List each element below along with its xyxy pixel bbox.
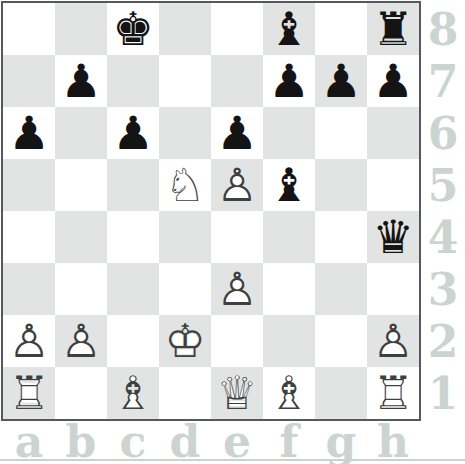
square-c5[interactable] bbox=[107, 159, 159, 211]
rank-label-2: 2 bbox=[423, 315, 463, 367]
square-e1[interactable]: ♛♕ bbox=[211, 367, 263, 419]
square-d2[interactable]: ♚♔ bbox=[159, 315, 211, 367]
black-pawn-icon: ♟ bbox=[55, 55, 107, 107]
square-b7[interactable]: ♟ bbox=[55, 55, 107, 107]
square-f4[interactable] bbox=[263, 211, 315, 263]
square-b6[interactable] bbox=[55, 107, 107, 159]
white-pawn-icon: ♟♙ bbox=[211, 263, 263, 315]
square-f7[interactable]: ♟ bbox=[263, 55, 315, 107]
rank-label-3: 3 bbox=[423, 263, 463, 315]
square-c1[interactable]: ♝♗ bbox=[107, 367, 159, 419]
black-pawn-icon: ♟ bbox=[107, 107, 159, 159]
black-pawn-icon: ♟ bbox=[367, 55, 419, 107]
square-b2[interactable]: ♟♙ bbox=[55, 315, 107, 367]
rank-label-8: 8 bbox=[423, 3, 463, 55]
black-king-icon: ♚ bbox=[107, 3, 159, 55]
file-label-g: g bbox=[315, 421, 367, 461]
black-queen-icon: ♛ bbox=[367, 211, 419, 263]
square-g5[interactable] bbox=[315, 159, 367, 211]
white-rook-icon: ♜♖ bbox=[367, 367, 419, 419]
square-h5[interactable] bbox=[367, 159, 419, 211]
rank-label-1: 1 bbox=[423, 367, 463, 419]
square-e3[interactable]: ♟♙ bbox=[211, 263, 263, 315]
square-c7[interactable] bbox=[107, 55, 159, 107]
square-b3[interactable] bbox=[55, 263, 107, 315]
square-b5[interactable] bbox=[55, 159, 107, 211]
square-c8[interactable]: ♚ bbox=[107, 3, 159, 55]
square-a6[interactable]: ♟ bbox=[3, 107, 55, 159]
white-knight-icon: ♞♘ bbox=[159, 159, 211, 211]
white-bishop-icon: ♝♗ bbox=[263, 367, 315, 419]
chess-board: ♚♝♜♟♟♟♟♟♟♟♞♘♟♙♝♛♟♙♟♙♟♙♚♔♟♙♜♖♝♗♛♕♝♗♜♖ bbox=[1, 1, 421, 421]
square-e4[interactable] bbox=[211, 211, 263, 263]
square-h7[interactable]: ♟ bbox=[367, 55, 419, 107]
rank-label-7: 7 bbox=[423, 55, 463, 107]
file-label-f: f bbox=[263, 421, 315, 461]
square-e2[interactable] bbox=[211, 315, 263, 367]
square-a8[interactable] bbox=[3, 3, 55, 55]
square-g4[interactable] bbox=[315, 211, 367, 263]
square-e5[interactable]: ♟♙ bbox=[211, 159, 263, 211]
black-rook-icon: ♜ bbox=[367, 3, 419, 55]
file-label-e: e bbox=[211, 421, 263, 461]
square-h1[interactable]: ♜♖ bbox=[367, 367, 419, 419]
square-d1[interactable] bbox=[159, 367, 211, 419]
square-f2[interactable] bbox=[263, 315, 315, 367]
file-label-h: h bbox=[367, 421, 419, 461]
black-pawn-icon: ♟ bbox=[263, 55, 315, 107]
black-pawn-icon: ♟ bbox=[3, 107, 55, 159]
white-pawn-icon: ♟♙ bbox=[3, 315, 55, 367]
square-a4[interactable] bbox=[3, 211, 55, 263]
square-b4[interactable] bbox=[55, 211, 107, 263]
square-c4[interactable] bbox=[107, 211, 159, 263]
square-g2[interactable] bbox=[315, 315, 367, 367]
square-a5[interactable] bbox=[3, 159, 55, 211]
square-d5[interactable]: ♞♘ bbox=[159, 159, 211, 211]
square-d4[interactable] bbox=[159, 211, 211, 263]
black-pawn-icon: ♟ bbox=[315, 55, 367, 107]
square-a2[interactable]: ♟♙ bbox=[3, 315, 55, 367]
square-h8[interactable]: ♜ bbox=[367, 3, 419, 55]
square-e6[interactable]: ♟ bbox=[211, 107, 263, 159]
square-f1[interactable]: ♝♗ bbox=[263, 367, 315, 419]
square-g3[interactable] bbox=[315, 263, 367, 315]
white-queen-icon: ♛♕ bbox=[211, 367, 263, 419]
square-d7[interactable] bbox=[159, 55, 211, 107]
file-label-d: d bbox=[159, 421, 211, 461]
white-king-icon: ♚♔ bbox=[159, 315, 211, 367]
square-g8[interactable] bbox=[315, 3, 367, 55]
file-labels: abcdefgh bbox=[3, 421, 419, 461]
file-label-c: c bbox=[107, 421, 159, 461]
rank-label-4: 4 bbox=[423, 211, 463, 263]
square-g6[interactable] bbox=[315, 107, 367, 159]
white-rook-icon: ♜♖ bbox=[3, 367, 55, 419]
square-h2[interactable]: ♟♙ bbox=[367, 315, 419, 367]
square-g7[interactable]: ♟ bbox=[315, 55, 367, 107]
rank-label-5: 5 bbox=[423, 159, 463, 211]
square-b8[interactable] bbox=[55, 3, 107, 55]
bottom-divider bbox=[0, 459, 465, 461]
white-pawn-icon: ♟♙ bbox=[367, 315, 419, 367]
white-pawn-icon: ♟♙ bbox=[55, 315, 107, 367]
square-f5[interactable]: ♝ bbox=[263, 159, 315, 211]
square-d6[interactable] bbox=[159, 107, 211, 159]
square-c2[interactable] bbox=[107, 315, 159, 367]
square-f3[interactable] bbox=[263, 263, 315, 315]
square-c6[interactable]: ♟ bbox=[107, 107, 159, 159]
white-pawn-icon: ♟♙ bbox=[211, 159, 263, 211]
square-d3[interactable] bbox=[159, 263, 211, 315]
file-label-b: b bbox=[55, 421, 107, 461]
square-a7[interactable] bbox=[3, 55, 55, 107]
square-g1[interactable] bbox=[315, 367, 367, 419]
square-d8[interactable] bbox=[159, 3, 211, 55]
rank-labels: 87654321 bbox=[423, 3, 463, 419]
square-b1[interactable] bbox=[55, 367, 107, 419]
file-label-a: a bbox=[3, 421, 55, 461]
square-h3[interactable] bbox=[367, 263, 419, 315]
square-h4[interactable]: ♛ bbox=[367, 211, 419, 263]
black-bishop-icon: ♝ bbox=[263, 159, 315, 211]
square-h6[interactable] bbox=[367, 107, 419, 159]
square-c3[interactable] bbox=[107, 263, 159, 315]
square-a1[interactable]: ♜♖ bbox=[3, 367, 55, 419]
black-bishop-icon: ♝ bbox=[263, 3, 315, 55]
square-e8[interactable] bbox=[211, 3, 263, 55]
square-f6[interactable] bbox=[263, 107, 315, 159]
square-e7[interactable] bbox=[211, 55, 263, 107]
white-bishop-icon: ♝♗ bbox=[107, 367, 159, 419]
square-f8[interactable]: ♝ bbox=[263, 3, 315, 55]
black-pawn-icon: ♟ bbox=[211, 107, 263, 159]
rank-label-6: 6 bbox=[423, 107, 463, 159]
square-a3[interactable] bbox=[3, 263, 55, 315]
chess-diagram: ♚♝♜♟♟♟♟♟♟♟♞♘♟♙♝♛♟♙♟♙♟♙♚♔♟♙♜♖♝♗♛♕♝♗♜♖ 876… bbox=[0, 0, 465, 464]
